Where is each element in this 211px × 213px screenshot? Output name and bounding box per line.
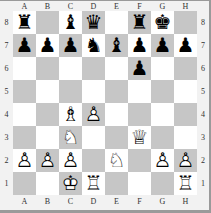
piece-outline-layer: ♙ (13, 149, 36, 172)
square-f5[interactable] (128, 80, 151, 103)
piece-white-rook-d1[interactable]: ♜♖ (82, 172, 105, 195)
square-b5[interactable] (36, 80, 59, 103)
square-h1[interactable]: ♜♖ (174, 172, 197, 195)
piece-white-pawn-g2[interactable]: ♟♙ (151, 149, 174, 172)
piece-black-pawn-a7[interactable]: ♟ (13, 34, 36, 57)
piece-outline-layer: ♙ (151, 149, 174, 172)
piece-white-queen-f3[interactable]: ♛♕ (128, 126, 151, 149)
piece-white-pawn-h2[interactable]: ♟♙ (174, 149, 197, 172)
piece-white-rook-h1[interactable]: ♜♖ (174, 172, 197, 195)
square-e5[interactable] (105, 80, 128, 103)
square-f8[interactable]: ♜ (128, 11, 151, 34)
square-f1[interactable] (128, 172, 151, 195)
piece-black-queen-d8[interactable]: ♛ (82, 11, 105, 34)
piece-outline-layer: ♙ (174, 149, 197, 172)
rank-label-left-3: 3 (0, 126, 13, 149)
piece-outline-layer: ♘ (59, 126, 82, 149)
piece-white-pawn-b2[interactable]: ♟♙ (36, 149, 59, 172)
piece-outline-layer: ♙ (59, 149, 82, 172)
piece-black-bishop-e7[interactable]: ♝ (105, 34, 128, 57)
square-d2[interactable] (82, 149, 105, 172)
square-a6[interactable] (13, 57, 36, 80)
square-g2[interactable]: ♟♙ (151, 149, 174, 172)
square-d7[interactable]: ♞ (82, 34, 105, 57)
rank-label-right-8: 8 (197, 11, 209, 34)
square-g6[interactable] (151, 57, 174, 80)
file-label-top-h: H (174, 3, 197, 11)
square-g4[interactable] (151, 103, 174, 126)
piece-black-bishop-c8[interactable]: ♝ (59, 11, 82, 34)
square-h8[interactable] (174, 11, 197, 34)
rank-labels-left: 87654321 (0, 11, 13, 195)
square-c2[interactable]: ♟♙ (59, 149, 82, 172)
square-e2[interactable]: ♞♘ (105, 149, 128, 172)
square-e3[interactable] (105, 126, 128, 149)
file-label-bottom-a: A (13, 198, 36, 206)
rank-label-left-5: 5 (0, 80, 13, 103)
square-c1[interactable]: ♚♔ (59, 172, 82, 195)
square-f7[interactable]: ♟ (128, 34, 151, 57)
square-f6[interactable]: ♟ (128, 57, 151, 80)
piece-black-rook-a8[interactable]: ♜ (13, 11, 36, 34)
square-a5[interactable] (13, 80, 36, 103)
square-h3[interactable] (174, 126, 197, 149)
square-a3[interactable] (13, 126, 36, 149)
piece-black-pawn-f7[interactable]: ♟ (128, 34, 151, 57)
square-a1[interactable] (13, 172, 36, 195)
chess-board: ♜♝♛♜♚♟♟♟♞♝♟♟♟♟♝♗♟♙♞♘♛♕♟♙♟♙♟♙♞♘♟♙♟♙♚♔♜♖♜♖ (13, 11, 197, 195)
rank-label-left-1: 1 (0, 172, 13, 195)
piece-outline-layer: ♔ (59, 172, 82, 195)
rank-label-left-7: 7 (0, 34, 13, 57)
piece-outline-layer: ♙ (36, 149, 59, 172)
rank-label-right-1: 1 (197, 172, 209, 195)
square-d6[interactable] (82, 57, 105, 80)
piece-white-pawn-c2[interactable]: ♟♙ (59, 149, 82, 172)
rank-label-right-3: 3 (197, 126, 209, 149)
square-e7[interactable]: ♝ (105, 34, 128, 57)
file-label-bottom-h: H (174, 198, 197, 206)
piece-outline-layer: ♙ (82, 103, 105, 126)
square-g7[interactable]: ♟ (151, 34, 174, 57)
square-d5[interactable] (82, 80, 105, 103)
square-c6[interactable] (59, 57, 82, 80)
square-b4[interactable] (36, 103, 59, 126)
square-d8[interactable]: ♛ (82, 11, 105, 34)
square-e1[interactable] (105, 172, 128, 195)
file-label-bottom-d: D (82, 198, 105, 206)
piece-white-bishop-c4[interactable]: ♝♗ (59, 103, 82, 126)
square-a4[interactable] (13, 103, 36, 126)
square-b1[interactable] (36, 172, 59, 195)
square-d3[interactable] (82, 126, 105, 149)
piece-black-knight-d7[interactable]: ♞ (82, 34, 105, 57)
rank-label-left-4: 4 (0, 103, 13, 126)
rank-label-right-2: 2 (197, 149, 209, 172)
square-d4[interactable]: ♟♙ (82, 103, 105, 126)
square-e4[interactable] (105, 103, 128, 126)
square-f4[interactable] (128, 103, 151, 126)
file-label-bottom-c: C (59, 198, 82, 206)
piece-white-king-c1[interactable]: ♚♔ (59, 172, 82, 195)
square-d1[interactable]: ♜♖ (82, 172, 105, 195)
rank-label-left-2: 2 (0, 149, 13, 172)
file-label-top-b: B (36, 3, 59, 11)
square-h2[interactable]: ♟♙ (174, 149, 197, 172)
file-label-bottom-b: B (36, 198, 59, 206)
square-c7[interactable]: ♟ (59, 34, 82, 57)
piece-black-pawn-g7[interactable]: ♟ (151, 34, 174, 57)
square-h5[interactable] (174, 80, 197, 103)
piece-white-knight-c3[interactable]: ♞♘ (59, 126, 82, 149)
square-c5[interactable] (59, 80, 82, 103)
square-b7[interactable]: ♟ (36, 34, 59, 57)
square-g5[interactable] (151, 80, 174, 103)
square-f3[interactable]: ♛♕ (128, 126, 151, 149)
square-g8[interactable]: ♚ (151, 11, 174, 34)
square-b8[interactable] (36, 11, 59, 34)
square-h4[interactable] (174, 103, 197, 126)
square-e8[interactable] (105, 11, 128, 34)
square-b2[interactable]: ♟♙ (36, 149, 59, 172)
piece-outline-layer: ♘ (105, 149, 128, 172)
square-f2[interactable] (128, 149, 151, 172)
piece-black-pawn-c7[interactable]: ♟ (59, 34, 82, 57)
piece-outline-layer: ♗ (59, 103, 82, 126)
file-label-bottom-f: F (128, 198, 151, 206)
square-a2[interactable]: ♟♙ (13, 149, 36, 172)
rank-label-right-7: 7 (197, 34, 209, 57)
file-label-top-e: E (105, 3, 128, 11)
piece-black-king-g8[interactable]: ♚ (151, 11, 174, 34)
piece-black-pawn-h7[interactable]: ♟ (174, 34, 197, 57)
square-h6[interactable] (174, 57, 197, 80)
piece-white-knight-e2[interactable]: ♞♘ (105, 149, 128, 172)
rank-labels-right: 87654321 (197, 11, 209, 195)
file-label-bottom-g: G (151, 198, 174, 206)
square-g3[interactable] (151, 126, 174, 149)
piece-white-pawn-a2[interactable]: ♟♙ (13, 149, 36, 172)
square-b6[interactable] (36, 57, 59, 80)
square-a8[interactable]: ♜ (13, 11, 36, 34)
square-b3[interactable] (36, 126, 59, 149)
piece-outline-layer: ♖ (174, 172, 197, 195)
square-a7[interactable]: ♟ (13, 34, 36, 57)
rank-label-right-4: 4 (197, 103, 209, 126)
square-h7[interactable]: ♟ (174, 34, 197, 57)
rank-label-right-6: 6 (197, 57, 209, 80)
piece-black-rook-f8[interactable]: ♜ (128, 11, 151, 34)
square-c3[interactable]: ♞♘ (59, 126, 82, 149)
rank-label-left-6: 6 (0, 57, 13, 80)
piece-outline-layer: ♖ (82, 172, 105, 195)
square-c8[interactable]: ♝ (59, 11, 82, 34)
piece-black-pawn-b7[interactable]: ♟ (36, 34, 59, 57)
square-c4[interactable]: ♝♗ (59, 103, 82, 126)
chess-diagram: ABCDEFGH 87654321 ♜♝♛♜♚♟♟♟♞♝♟♟♟♟♝♗♟♙♞♘♛♕… (0, 0, 211, 213)
square-g1[interactable] (151, 172, 174, 195)
piece-white-pawn-d4[interactable]: ♟♙ (82, 103, 105, 126)
file-label-bottom-e: E (105, 198, 128, 206)
piece-outline-layer: ♕ (128, 126, 151, 149)
rank-label-left-8: 8 (0, 11, 13, 34)
rank-label-right-5: 5 (197, 80, 209, 103)
piece-black-pawn-f6[interactable]: ♟ (128, 57, 151, 80)
square-e6[interactable] (105, 57, 128, 80)
file-labels-bottom: ABCDEFGH (13, 195, 197, 210)
